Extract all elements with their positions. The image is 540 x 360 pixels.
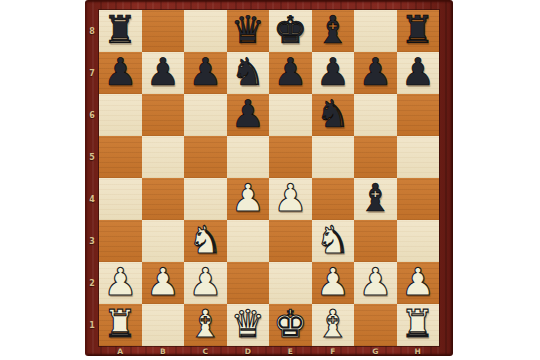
square-c1[interactable]: ♝ bbox=[184, 304, 227, 346]
square-h8[interactable]: ♜ bbox=[397, 10, 440, 52]
square-d1[interactable]: ♛ bbox=[227, 304, 270, 346]
square-c6[interactable] bbox=[184, 94, 227, 136]
file-label-d: D bbox=[227, 346, 270, 356]
piece-black-pawn-f7[interactable]: ♟ bbox=[316, 53, 350, 91]
square-d8[interactable]: ♛ bbox=[227, 10, 270, 52]
square-a2[interactable]: ♟ bbox=[99, 262, 142, 304]
square-e6[interactable] bbox=[269, 94, 312, 136]
square-d5[interactable] bbox=[227, 136, 270, 178]
square-e7[interactable]: ♟ bbox=[269, 52, 312, 94]
square-e5[interactable] bbox=[269, 136, 312, 178]
square-c3[interactable]: ♞ bbox=[184, 220, 227, 262]
square-a6[interactable] bbox=[99, 94, 142, 136]
square-h4[interactable] bbox=[397, 178, 440, 220]
file-label-h: H bbox=[397, 346, 440, 356]
square-a1[interactable]: ♜ bbox=[99, 304, 142, 346]
rank-label-2: 2 bbox=[85, 262, 99, 304]
square-h6[interactable] bbox=[397, 94, 440, 136]
piece-white-rook-a1[interactable]: ♜ bbox=[103, 305, 137, 343]
square-a5[interactable] bbox=[99, 136, 142, 178]
piece-black-knight-f6[interactable]: ♞ bbox=[316, 95, 350, 133]
square-b2[interactable]: ♟ bbox=[142, 262, 185, 304]
rank-label-3: 3 bbox=[85, 220, 99, 262]
square-h5[interactable] bbox=[397, 136, 440, 178]
square-f4[interactable] bbox=[312, 178, 355, 220]
piece-white-pawn-e4[interactable]: ♟ bbox=[273, 179, 307, 217]
square-d7[interactable]: ♞ bbox=[227, 52, 270, 94]
square-g3[interactable] bbox=[354, 220, 397, 262]
square-h7[interactable]: ♟ bbox=[397, 52, 440, 94]
chess-board: ♜♛♚♝♜♟♟♟♞♟♟♟♟♟♞♟♟♝♞♞♟♟♟♟♟♟♜♝♛♚♝♜ bbox=[99, 10, 439, 346]
piece-white-pawn-b2[interactable]: ♟ bbox=[146, 263, 180, 301]
piece-white-rook-h1[interactable]: ♜ bbox=[401, 305, 435, 343]
square-f2[interactable]: ♟ bbox=[312, 262, 355, 304]
square-b6[interactable] bbox=[142, 94, 185, 136]
piece-black-pawn-a7[interactable]: ♟ bbox=[103, 53, 137, 91]
file-labels: ABCDEFGH bbox=[99, 346, 439, 356]
file-label-a: A bbox=[99, 346, 142, 356]
square-b5[interactable] bbox=[142, 136, 185, 178]
square-f7[interactable]: ♟ bbox=[312, 52, 355, 94]
piece-white-knight-f3[interactable]: ♞ bbox=[316, 221, 350, 259]
square-g5[interactable] bbox=[354, 136, 397, 178]
piece-white-king-e1[interactable]: ♚ bbox=[273, 305, 307, 343]
square-a4[interactable] bbox=[99, 178, 142, 220]
square-d3[interactable] bbox=[227, 220, 270, 262]
square-e1[interactable]: ♚ bbox=[269, 304, 312, 346]
square-d6[interactable]: ♟ bbox=[227, 94, 270, 136]
square-g2[interactable]: ♟ bbox=[354, 262, 397, 304]
piece-white-pawn-a2[interactable]: ♟ bbox=[103, 263, 137, 301]
piece-black-queen-d8[interactable]: ♛ bbox=[231, 11, 265, 49]
piece-white-queen-d1[interactable]: ♛ bbox=[231, 305, 265, 343]
square-c7[interactable]: ♟ bbox=[184, 52, 227, 94]
square-g7[interactable]: ♟ bbox=[354, 52, 397, 94]
file-label-c: C bbox=[184, 346, 227, 356]
square-f1[interactable]: ♝ bbox=[312, 304, 355, 346]
piece-black-pawn-h7[interactable]: ♟ bbox=[401, 53, 435, 91]
square-c4[interactable] bbox=[184, 178, 227, 220]
piece-black-pawn-g7[interactable]: ♟ bbox=[358, 53, 392, 91]
square-e2[interactable] bbox=[269, 262, 312, 304]
rank-label-4: 4 bbox=[85, 178, 99, 220]
square-g6[interactable] bbox=[354, 94, 397, 136]
square-d4[interactable]: ♟ bbox=[227, 178, 270, 220]
piece-black-pawn-b7[interactable]: ♟ bbox=[146, 53, 180, 91]
square-f6[interactable]: ♞ bbox=[312, 94, 355, 136]
piece-black-rook-a8[interactable]: ♜ bbox=[103, 11, 137, 49]
board-frame: ♜♛♚♝♜♟♟♟♞♟♟♟♟♟♞♟♟♝♞♞♟♟♟♟♟♟♜♝♛♚♝♜ 8765432… bbox=[85, 0, 453, 356]
file-label-g: G bbox=[354, 346, 397, 356]
piece-white-knight-c3[interactable]: ♞ bbox=[188, 221, 222, 259]
square-h1[interactable]: ♜ bbox=[397, 304, 440, 346]
square-c2[interactable]: ♟ bbox=[184, 262, 227, 304]
piece-white-pawn-h2[interactable]: ♟ bbox=[401, 263, 435, 301]
square-g8[interactable] bbox=[354, 10, 397, 52]
square-a7[interactable]: ♟ bbox=[99, 52, 142, 94]
piece-white-pawn-f2[interactable]: ♟ bbox=[316, 263, 350, 301]
rank-label-8: 8 bbox=[85, 10, 99, 52]
rank-label-1: 1 bbox=[85, 304, 99, 346]
square-b1[interactable] bbox=[142, 304, 185, 346]
rank-label-6: 6 bbox=[85, 94, 99, 136]
square-e8[interactable]: ♚ bbox=[269, 10, 312, 52]
square-c8[interactable] bbox=[184, 10, 227, 52]
square-c5[interactable] bbox=[184, 136, 227, 178]
piece-black-king-e8[interactable]: ♚ bbox=[273, 11, 307, 49]
square-a8[interactable]: ♜ bbox=[99, 10, 142, 52]
square-b3[interactable] bbox=[142, 220, 185, 262]
piece-black-knight-d7[interactable]: ♞ bbox=[231, 53, 265, 91]
piece-black-bishop-g4[interactable]: ♝ bbox=[358, 179, 392, 217]
piece-black-rook-h8[interactable]: ♜ bbox=[401, 11, 435, 49]
square-g1[interactable] bbox=[354, 304, 397, 346]
page: ♜♛♚♝♜♟♟♟♞♟♟♟♟♟♞♟♟♝♞♞♟♟♟♟♟♟♜♝♛♚♝♜ 8765432… bbox=[0, 0, 540, 360]
square-e4[interactable]: ♟ bbox=[269, 178, 312, 220]
square-g4[interactable]: ♝ bbox=[354, 178, 397, 220]
piece-white-pawn-g2[interactable]: ♟ bbox=[358, 263, 392, 301]
piece-black-pawn-c7[interactable]: ♟ bbox=[188, 53, 222, 91]
square-b4[interactable] bbox=[142, 178, 185, 220]
square-b7[interactable]: ♟ bbox=[142, 52, 185, 94]
piece-white-pawn-c2[interactable]: ♟ bbox=[188, 263, 222, 301]
square-h3[interactable] bbox=[397, 220, 440, 262]
piece-black-pawn-d6[interactable]: ♟ bbox=[231, 95, 265, 133]
square-b8[interactable] bbox=[142, 10, 185, 52]
rank-label-7: 7 bbox=[85, 52, 99, 94]
square-h2[interactable]: ♟ bbox=[397, 262, 440, 304]
square-d2[interactable] bbox=[227, 262, 270, 304]
piece-white-pawn-d4[interactable]: ♟ bbox=[231, 179, 265, 217]
square-f8[interactable]: ♝ bbox=[312, 10, 355, 52]
piece-black-bishop-f8[interactable]: ♝ bbox=[316, 11, 350, 49]
piece-black-pawn-e7[interactable]: ♟ bbox=[273, 53, 307, 91]
file-label-e: E bbox=[269, 346, 312, 356]
file-label-b: B bbox=[142, 346, 185, 356]
piece-white-bishop-c1[interactable]: ♝ bbox=[188, 305, 222, 343]
file-label-f: F bbox=[312, 346, 355, 356]
rank-label-5: 5 bbox=[85, 136, 99, 178]
square-e3[interactable] bbox=[269, 220, 312, 262]
square-f3[interactable]: ♞ bbox=[312, 220, 355, 262]
rank-labels: 87654321 bbox=[85, 10, 99, 346]
square-f5[interactable] bbox=[312, 136, 355, 178]
square-a3[interactable] bbox=[99, 220, 142, 262]
piece-white-bishop-f1[interactable]: ♝ bbox=[316, 305, 350, 343]
